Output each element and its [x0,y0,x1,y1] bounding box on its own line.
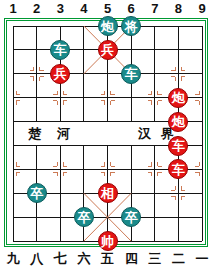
file-label-bottom-5: 五 [99,251,117,266]
piece-black-soldier[interactable]: 卒 [74,207,94,227]
file-label-bottom-9: 一 [193,251,211,266]
piece-red-chariot[interactable]: 车 [168,136,188,156]
piece-red-elephant[interactable]: 相 [98,183,118,203]
piece-black-cannon[interactable]: 炮 [98,16,118,36]
piece-black-chariot[interactable]: 车 [121,64,141,84]
piece-red-cannon[interactable]: 炮 [168,88,188,108]
file-label-bottom-4: 六 [75,251,93,266]
file-label-bottom-6: 四 [122,251,140,266]
piece-red-cannon[interactable]: 炮 [168,112,188,132]
piece-red-general[interactable]: 帅 [98,231,118,251]
file-label-bottom-1: 九 [4,251,22,266]
file-label-bottom-8: 二 [169,251,187,266]
river-label-left: 楚河 [28,127,86,141]
xiangqi-board: 123456789 楚河 汉界 炮将车兵兵车炮炮车车卒相卒卒帅 九八七六五四三二… [0,0,216,270]
file-label-bottom-7: 三 [146,251,164,266]
piece-black-soldier[interactable]: 卒 [27,183,47,203]
piece-black-general[interactable]: 将 [121,16,141,36]
file-label-bottom-3: 七 [51,251,69,266]
piece-red-soldier[interactable]: 兵 [98,40,118,60]
piece-red-soldier[interactable]: 兵 [50,64,70,84]
file-label-bottom-2: 八 [28,251,46,266]
